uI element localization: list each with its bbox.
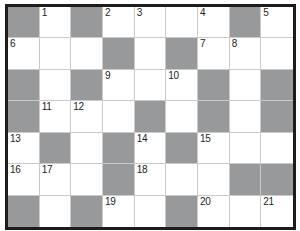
white-cell-r4c6[interactable] xyxy=(166,101,198,132)
white-cell-r5c5[interactable]: 14 xyxy=(135,133,167,164)
white-cell-r7c8[interactable] xyxy=(230,196,262,227)
white-cell-r6c6[interactable] xyxy=(166,164,198,195)
clue-number-2: 2 xyxy=(105,7,110,19)
white-cell-r5c1[interactable]: 13 xyxy=(8,133,40,164)
clue-number-18: 18 xyxy=(137,164,148,176)
white-cell-r5c9[interactable] xyxy=(261,133,293,164)
crossword-page: 123456789101112131415161718192021 xyxy=(0,0,300,231)
clue-number-11: 11 xyxy=(42,101,52,113)
white-cell-r1c2[interactable]: 1 xyxy=(40,7,72,38)
white-cell-r2c1[interactable]: 6 xyxy=(8,38,40,69)
white-cell-r1c7[interactable]: 4 xyxy=(198,7,230,38)
white-cell-r6c3[interactable] xyxy=(71,164,103,195)
block-cell-r3c7 xyxy=(198,70,230,101)
white-cell-r3c4[interactable]: 9 xyxy=(103,70,135,101)
white-cell-r2c2[interactable] xyxy=(40,38,72,69)
white-cell-r2c3[interactable] xyxy=(71,38,103,69)
white-cell-r2c9[interactable] xyxy=(261,38,293,69)
block-cell-r6c4 xyxy=(103,164,135,195)
clue-number-3: 3 xyxy=(137,7,142,19)
white-cell-r3c6[interactable]: 10 xyxy=(166,70,198,101)
white-cell-r7c9[interactable]: 21 xyxy=(261,196,293,227)
white-cell-r4c3[interactable]: 12 xyxy=(71,101,103,132)
white-cell-r2c8[interactable]: 8 xyxy=(230,38,262,69)
clue-number-7: 7 xyxy=(200,38,205,50)
white-cell-r6c1[interactable]: 16 xyxy=(8,164,40,195)
white-cell-r4c8[interactable] xyxy=(230,101,262,132)
white-cell-r4c4[interactable] xyxy=(103,101,135,132)
white-cell-r3c5[interactable] xyxy=(135,70,167,101)
crossword-board: 123456789101112131415161718192021 xyxy=(5,4,296,230)
clue-number-8: 8 xyxy=(232,38,237,50)
block-cell-r3c9 xyxy=(261,70,293,101)
clue-number-10: 10 xyxy=(168,70,179,82)
clue-number-9: 9 xyxy=(105,70,110,82)
clue-number-16: 16 xyxy=(10,164,21,176)
clue-number-5: 5 xyxy=(263,7,268,19)
block-cell-r7c6 xyxy=(166,196,198,227)
block-cell-r7c3 xyxy=(71,196,103,227)
block-cell-r7c1 xyxy=(8,196,40,227)
block-cell-r4c9 xyxy=(261,101,293,132)
white-cell-r7c4[interactable]: 19 xyxy=(103,196,135,227)
white-cell-r7c5[interactable] xyxy=(135,196,167,227)
white-cell-r2c5[interactable] xyxy=(135,38,167,69)
white-cell-r6c5[interactable]: 18 xyxy=(135,164,167,195)
clue-number-4: 4 xyxy=(200,7,205,19)
clue-number-6: 6 xyxy=(10,38,15,50)
clue-number-15: 15 xyxy=(200,133,211,145)
block-cell-r4c5 xyxy=(135,101,167,132)
clue-number-13: 13 xyxy=(10,133,21,145)
block-cell-r3c3 xyxy=(71,70,103,101)
white-cell-r3c8[interactable] xyxy=(230,70,262,101)
block-cell-r2c4 xyxy=(103,38,135,69)
white-cell-r6c2[interactable]: 17 xyxy=(40,164,72,195)
white-cell-r5c7[interactable]: 15 xyxy=(198,133,230,164)
white-cell-r1c9[interactable]: 5 xyxy=(261,7,293,38)
clue-number-1: 1 xyxy=(42,7,47,19)
white-cell-r7c2[interactable] xyxy=(40,196,72,227)
clue-number-12: 12 xyxy=(73,101,84,113)
white-cell-r1c6[interactable] xyxy=(166,7,198,38)
block-cell-r1c1 xyxy=(8,7,40,38)
clue-number-19: 19 xyxy=(105,196,116,208)
clue-number-20: 20 xyxy=(200,196,211,208)
white-cell-r7c7[interactable]: 20 xyxy=(198,196,230,227)
white-cell-r2c7[interactable]: 7 xyxy=(198,38,230,69)
clue-number-17: 17 xyxy=(42,164,53,176)
white-cell-r1c5[interactable]: 3 xyxy=(135,7,167,38)
white-cell-r5c3[interactable] xyxy=(71,133,103,164)
block-cell-r5c2 xyxy=(40,133,72,164)
block-cell-r3c1 xyxy=(8,70,40,101)
block-cell-r6c9 xyxy=(261,164,293,195)
block-cell-r4c1 xyxy=(8,101,40,132)
white-cell-r6c7[interactable] xyxy=(198,164,230,195)
block-cell-r1c8 xyxy=(230,7,262,38)
block-cell-r2c6 xyxy=(166,38,198,69)
block-cell-r1c3 xyxy=(71,7,103,38)
clue-number-21: 21 xyxy=(263,196,274,208)
block-cell-r5c4 xyxy=(103,133,135,164)
white-cell-r4c2[interactable]: 11 xyxy=(40,101,72,132)
block-cell-r5c6 xyxy=(166,133,198,164)
block-cell-r4c7 xyxy=(198,101,230,132)
white-cell-r1c4[interactable]: 2 xyxy=(103,7,135,38)
white-cell-r5c8[interactable] xyxy=(230,133,262,164)
block-cell-r6c8 xyxy=(230,164,262,195)
clue-number-14: 14 xyxy=(137,133,148,145)
white-cell-r3c2[interactable] xyxy=(40,70,72,101)
